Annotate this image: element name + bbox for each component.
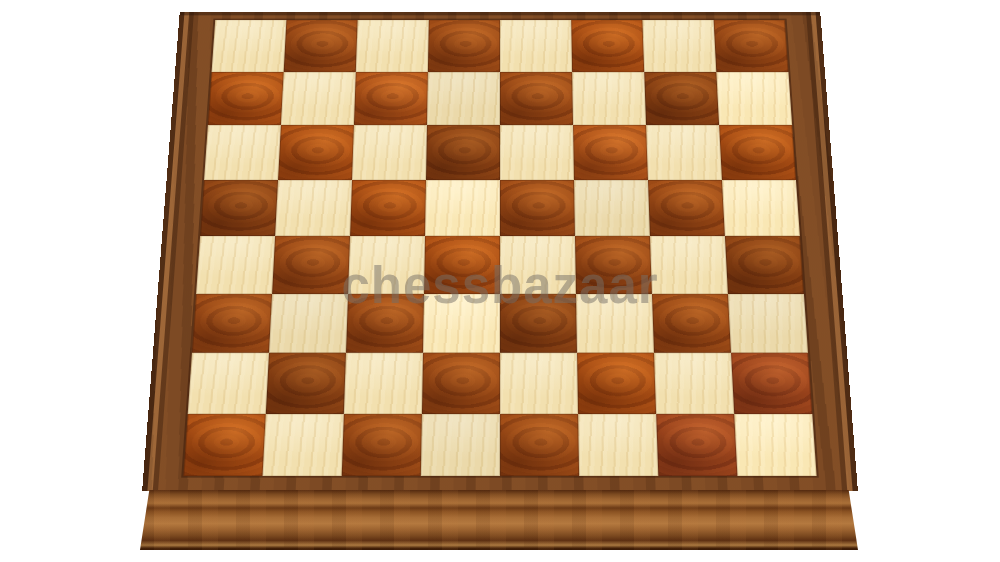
square-e5 — [500, 180, 575, 236]
square-a1 — [183, 414, 265, 477]
square-c3 — [346, 294, 424, 353]
square-g3 — [652, 294, 731, 353]
square-b5 — [275, 180, 352, 236]
square-d4 — [424, 236, 500, 294]
square-a2 — [188, 353, 269, 414]
square-f8 — [571, 20, 644, 72]
square-f3 — [576, 294, 654, 353]
square-d6 — [426, 125, 500, 180]
square-g7 — [644, 72, 719, 125]
square-a6 — [204, 125, 281, 180]
square-g4 — [650, 236, 728, 294]
product-photo: chessbazaar — [0, 0, 1000, 562]
square-g5 — [648, 180, 725, 236]
square-c6 — [352, 125, 427, 180]
square-g6 — [646, 125, 722, 180]
board-squares — [183, 20, 816, 476]
chess-board — [142, 12, 858, 491]
square-c2 — [344, 353, 423, 414]
square-e7 — [500, 72, 573, 125]
square-b7 — [281, 72, 356, 125]
square-d2 — [422, 353, 500, 414]
square-g8 — [642, 20, 716, 72]
square-d3 — [423, 294, 500, 353]
square-c7 — [354, 72, 428, 125]
square-c5 — [350, 180, 426, 236]
square-d8 — [428, 20, 500, 72]
square-a3 — [192, 294, 272, 353]
square-g2 — [654, 353, 734, 414]
square-e8 — [500, 20, 572, 72]
square-e3 — [500, 294, 577, 353]
square-b2 — [266, 353, 346, 414]
square-f6 — [573, 125, 648, 180]
board-front-molding — [140, 490, 858, 550]
square-h8 — [714, 20, 789, 72]
square-b1 — [263, 414, 344, 477]
square-h6 — [719, 125, 796, 180]
square-d5 — [425, 180, 500, 236]
square-a4 — [196, 236, 275, 294]
square-b4 — [272, 236, 350, 294]
square-e2 — [500, 353, 578, 414]
square-h3 — [728, 294, 808, 353]
square-b3 — [269, 294, 348, 353]
square-a7 — [208, 72, 284, 125]
square-h4 — [725, 236, 804, 294]
square-e1 — [500, 414, 579, 477]
square-d1 — [421, 414, 500, 477]
square-h5 — [722, 180, 800, 236]
square-a8 — [212, 20, 287, 72]
square-c4 — [348, 236, 425, 294]
square-c8 — [356, 20, 429, 72]
square-b8 — [284, 20, 358, 72]
square-h7 — [716, 72, 792, 125]
square-f7 — [572, 72, 646, 125]
square-h2 — [731, 353, 812, 414]
square-f4 — [575, 236, 652, 294]
square-h1 — [734, 414, 816, 477]
square-d7 — [427, 72, 500, 125]
square-c1 — [342, 414, 422, 477]
square-f5 — [574, 180, 650, 236]
square-f2 — [577, 353, 656, 414]
square-b6 — [278, 125, 354, 180]
square-a5 — [200, 180, 278, 236]
square-f1 — [578, 414, 658, 477]
square-g1 — [656, 414, 737, 477]
square-e4 — [500, 236, 576, 294]
square-e6 — [500, 125, 574, 180]
